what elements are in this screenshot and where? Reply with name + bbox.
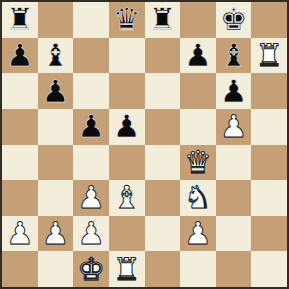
square-g5[interactable]: ♟: [216, 109, 252, 145]
white-knight-piece[interactable]: ♞: [184, 180, 212, 215]
black-pawn-piece[interactable]: ♟: [6, 38, 34, 73]
square-a4[interactable]: [2, 145, 38, 181]
square-e8[interactable]: ♜: [145, 2, 181, 38]
square-c5[interactable]: ♟: [73, 109, 109, 145]
white-pawn-piece[interactable]: ♟: [77, 216, 105, 251]
black-pawn-piece[interactable]: ♟: [77, 109, 105, 144]
square-e2[interactable]: [145, 216, 181, 252]
square-a8[interactable]: ♜: [2, 2, 38, 38]
square-c4[interactable]: [73, 145, 109, 181]
square-c3[interactable]: ♟: [73, 180, 109, 216]
square-f6[interactable]: [180, 73, 216, 109]
square-d3[interactable]: ♝: [109, 180, 145, 216]
square-d4[interactable]: [109, 145, 145, 181]
square-h8[interactable]: [251, 2, 287, 38]
white-bishop-piece[interactable]: ♝: [113, 180, 141, 215]
white-pawn-piece[interactable]: ♟: [184, 216, 212, 251]
square-g8[interactable]: ♚: [216, 2, 252, 38]
square-a1[interactable]: [2, 251, 38, 287]
square-g2[interactable]: [216, 216, 252, 252]
square-d8[interactable]: ♛: [109, 2, 145, 38]
square-e4[interactable]: [145, 145, 181, 181]
white-rook-piece[interactable]: ♜: [113, 252, 141, 287]
square-f2[interactable]: ♟: [180, 216, 216, 252]
square-b3[interactable]: [38, 180, 74, 216]
black-rook-piece[interactable]: ♜: [6, 2, 34, 37]
square-f7[interactable]: ♟: [180, 38, 216, 74]
white-pawn-piece[interactable]: ♟: [6, 216, 34, 251]
white-pawn-piece[interactable]: ♟: [77, 180, 105, 215]
square-b7[interactable]: ♝: [38, 38, 74, 74]
square-b5[interactable]: [38, 109, 74, 145]
square-c7[interactable]: [73, 38, 109, 74]
square-h2[interactable]: [251, 216, 287, 252]
black-pawn-piece[interactable]: ♟: [184, 38, 212, 73]
square-h5[interactable]: [251, 109, 287, 145]
square-h4[interactable]: [251, 145, 287, 181]
square-c2[interactable]: ♟: [73, 216, 109, 252]
black-pawn-piece[interactable]: ♟: [113, 109, 141, 144]
square-f3[interactable]: ♞: [180, 180, 216, 216]
square-f4[interactable]: ♛: [180, 145, 216, 181]
square-g1[interactable]: [216, 251, 252, 287]
white-king-piece[interactable]: ♚: [77, 252, 105, 287]
square-f1[interactable]: [180, 251, 216, 287]
square-a3[interactable]: [2, 180, 38, 216]
square-d2[interactable]: [109, 216, 145, 252]
square-h6[interactable]: [251, 73, 287, 109]
square-g6[interactable]: ♟: [216, 73, 252, 109]
square-d7[interactable]: [109, 38, 145, 74]
square-b6[interactable]: ♟: [38, 73, 74, 109]
square-c1[interactable]: ♚: [73, 251, 109, 287]
white-pawn-piece[interactable]: ♟: [220, 109, 248, 144]
square-b1[interactable]: [38, 251, 74, 287]
square-e3[interactable]: [145, 180, 181, 216]
square-d5[interactable]: ♟: [109, 109, 145, 145]
black-pawn-piece[interactable]: ♟: [220, 74, 248, 109]
black-king-piece[interactable]: ♚: [220, 2, 248, 37]
square-h1[interactable]: [251, 251, 287, 287]
square-f8[interactable]: [180, 2, 216, 38]
square-e6[interactable]: [145, 73, 181, 109]
black-bishop-piece[interactable]: ♝: [220, 38, 248, 73]
square-e7[interactable]: [145, 38, 181, 74]
white-rook-piece[interactable]: ♜: [255, 38, 283, 73]
square-g4[interactable]: [216, 145, 252, 181]
square-d6[interactable]: [109, 73, 145, 109]
white-queen-piece[interactable]: ♛: [184, 145, 212, 180]
square-a5[interactable]: [2, 109, 38, 145]
black-pawn-piece[interactable]: ♟: [42, 74, 70, 109]
black-rook-piece[interactable]: ♜: [148, 2, 176, 37]
black-bishop-piece[interactable]: ♝: [42, 38, 70, 73]
square-a6[interactable]: [2, 73, 38, 109]
square-g7[interactable]: ♝: [216, 38, 252, 74]
square-g3[interactable]: [216, 180, 252, 216]
chess-board: ♜♛♜♚♟♝♟♝♜♟♟♟♟♟♛♟♝♞♟♟♟♟♚♜: [0, 0, 289, 289]
square-a7[interactable]: ♟: [2, 38, 38, 74]
square-c8[interactable]: [73, 2, 109, 38]
square-e5[interactable]: [145, 109, 181, 145]
square-b4[interactable]: [38, 145, 74, 181]
square-d1[interactable]: ♜: [109, 251, 145, 287]
white-pawn-piece[interactable]: ♟: [42, 216, 70, 251]
square-f5[interactable]: [180, 109, 216, 145]
square-a2[interactable]: ♟: [2, 216, 38, 252]
black-queen-piece[interactable]: ♛: [113, 2, 141, 37]
square-h3[interactable]: [251, 180, 287, 216]
square-h7[interactable]: ♜: [251, 38, 287, 74]
square-c6[interactable]: [73, 73, 109, 109]
square-b2[interactable]: ♟: [38, 216, 74, 252]
square-b8[interactable]: [38, 2, 74, 38]
square-e1[interactable]: [145, 251, 181, 287]
